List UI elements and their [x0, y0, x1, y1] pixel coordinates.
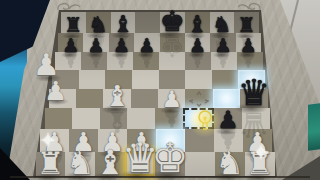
- square-a1[interactable]: ♜♜: [36, 152, 66, 176]
- square-h1[interactable]: ♜♜: [245, 152, 275, 176]
- lightbulb-icon: [193, 108, 217, 134]
- square-e6[interactable]: [159, 52, 185, 70]
- square-a7[interactable]: ♟♟: [58, 33, 83, 52]
- square-c6[interactable]: [107, 52, 133, 70]
- square-c7[interactable]: ♟♟: [109, 33, 134, 52]
- square-d7[interactable]: ♟♟: [134, 33, 159, 52]
- square-g7[interactable]: ♟♟: [210, 33, 235, 52]
- square-f7[interactable]: ♟♟: [185, 33, 210, 52]
- square-d4[interactable]: [131, 89, 158, 108]
- square-a8[interactable]: ♜♜: [61, 12, 86, 33]
- square-b5[interactable]: [79, 70, 106, 89]
- square-c8[interactable]: ♝♝: [111, 12, 136, 33]
- square-b6[interactable]: [81, 52, 107, 70]
- square-d2[interactable]: ♟♟: [127, 129, 156, 152]
- square-e4[interactable]: ♟♟: [158, 89, 185, 108]
- square-d3[interactable]: [127, 108, 155, 129]
- square-e2[interactable]: [156, 129, 185, 152]
- square-h4[interactable]: ♛♛: [240, 89, 267, 108]
- board-rank-8: ♜♜♞♞♝♝♚♚♝♝♞♞♜♜: [61, 12, 259, 33]
- square-f5[interactable]: [185, 70, 212, 89]
- board-rank-2: ♟♟♟♟♟♟♟♟♟♟: [40, 129, 272, 152]
- square-b3[interactable]: [72, 108, 100, 129]
- square-f6[interactable]: [185, 52, 211, 70]
- square-g5[interactable]: [212, 70, 239, 89]
- white-knight[interactable]: ♞: [66, 147, 95, 179]
- square-a3[interactable]: [45, 108, 73, 129]
- table-front-edge-line: [10, 176, 310, 178]
- square-c1[interactable]: ♝♝: [95, 152, 125, 176]
- square-b4[interactable]: [76, 89, 103, 108]
- square-d1[interactable]: ♛♛: [125, 152, 155, 176]
- square-h8[interactable]: ♜♜: [234, 12, 259, 33]
- background-teal-sliver: [308, 103, 320, 151]
- square-h7[interactable]: ♟♟: [236, 33, 261, 52]
- square-e1[interactable]: ♚♚: [155, 152, 185, 176]
- captured-white-pawn: ♟: [33, 50, 60, 80]
- square-e8[interactable]: ♚♚: [160, 12, 185, 33]
- sparkle-annotation-icon: [40, 132, 56, 148]
- board-rank-3: ♟♟: [45, 108, 270, 129]
- square-e3[interactable]: [155, 108, 183, 129]
- black-king[interactable]: ♚: [160, 8, 185, 36]
- square-c4[interactable]: ♝♝: [103, 89, 130, 108]
- square-g1[interactable]: ♞♞: [215, 152, 245, 176]
- square-c2[interactable]: ♟♟: [98, 129, 127, 152]
- board-rank-5: [52, 70, 265, 89]
- square-c5[interactable]: [105, 70, 132, 89]
- square-c3[interactable]: [100, 108, 128, 129]
- square-f1[interactable]: [185, 152, 215, 176]
- square-b2[interactable]: ♟♟: [69, 129, 98, 152]
- square-h6[interactable]: [237, 52, 263, 70]
- square-b7[interactable]: ♟♟: [83, 33, 108, 52]
- board-rank-1: ♜♜♞♞♝♝♛♛♚♚♞♞♜♜: [36, 152, 275, 176]
- board-rank-6: [55, 52, 263, 70]
- square-d8[interactable]: [135, 12, 160, 33]
- square-e7[interactable]: [160, 33, 185, 52]
- square-h3[interactable]: [242, 108, 270, 129]
- square-d5[interactable]: [132, 70, 159, 89]
- board-rank-4: ♝♝♟♟♛♛: [49, 89, 268, 108]
- sparkle-annotation-icon: [253, 144, 269, 160]
- square-g6[interactable]: [211, 52, 237, 70]
- square-f3[interactable]: [183, 108, 215, 129]
- board-rank-7: ♟♟♟♟♟♟♟♟♟♟♟♟♟♟: [58, 33, 261, 52]
- white-knight[interactable]: ♞: [215, 147, 244, 179]
- square-f8[interactable]: ♝♝: [185, 12, 210, 33]
- square-d6[interactable]: [133, 52, 159, 70]
- square-g8[interactable]: ♞♞: [210, 12, 235, 33]
- square-b8[interactable]: ♞♞: [86, 12, 111, 33]
- square-b1[interactable]: ♞♞: [65, 152, 95, 176]
- chess-game-scene: ♜♜♞♞♝♝♚♚♝♝♞♞♜♜♟♟♟♟♟♟♟♟♟♟♟♟♟♟♝♝♟♟♛♛♟♟♟♟♟♟…: [0, 0, 320, 180]
- square-h5[interactable]: [238, 70, 265, 89]
- white-rook[interactable]: ♜: [37, 148, 65, 179]
- square-e5[interactable]: [159, 70, 186, 89]
